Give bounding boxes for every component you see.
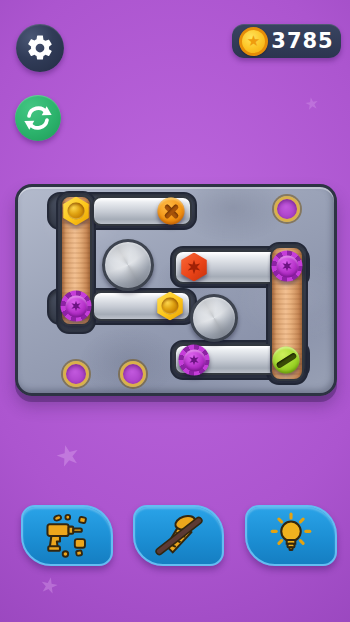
coin-count-value: 3785	[268, 29, 341, 53]
screw-yellow-hex-nut[interactable]	[62, 197, 91, 226]
empty-screw-hole	[120, 361, 146, 387]
empty-screw-hole	[63, 361, 89, 387]
board-plate	[15, 184, 337, 396]
restart-button[interactable]	[15, 95, 61, 141]
metal-disc-2	[190, 294, 238, 342]
game-screen: ★ 3785	[0, 0, 350, 622]
hint-booster-button[interactable]	[245, 505, 337, 566]
screw-red-torx-hex[interactable]	[180, 253, 209, 282]
metal-disc-1	[102, 239, 154, 291]
settings-button[interactable]	[16, 24, 64, 72]
circular-arrows-icon	[22, 102, 54, 134]
star-decoration: ★	[304, 95, 321, 113]
screw-purple-gear[interactable]	[180, 346, 209, 375]
screw-purple-gear[interactable]	[273, 252, 302, 281]
screw-recess	[68, 203, 85, 220]
drill-icon	[42, 511, 92, 561]
lightbulb-icon	[266, 511, 316, 561]
screw-slash-icon	[154, 511, 204, 561]
screw-yellow-hex-nut[interactable]	[156, 292, 185, 321]
coin-counter[interactable]: ★ 3785	[232, 24, 341, 58]
coin-icon: ★	[239, 27, 268, 56]
empty-screw-hole	[274, 196, 300, 222]
star-decoration: ★	[38, 574, 61, 598]
screw-purple-gear[interactable]	[62, 292, 91, 321]
star-decoration: ★	[52, 439, 84, 473]
remove-screw-booster-button[interactable]	[133, 505, 224, 566]
screw-orange-phillips[interactable]	[158, 198, 185, 225]
screw-recess	[162, 298, 179, 315]
drill-booster-button[interactable]	[21, 505, 113, 566]
gear-icon	[25, 33, 55, 63]
screw-green-slotted[interactable]	[273, 347, 300, 374]
